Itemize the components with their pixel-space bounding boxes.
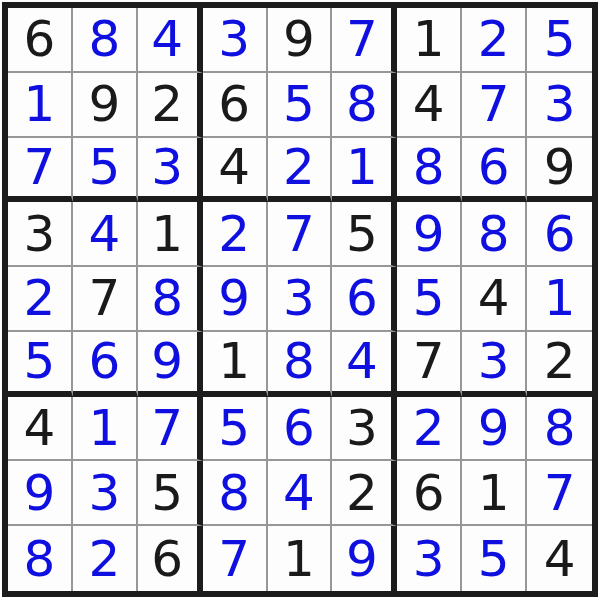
cell-r1c1[interactable]: 6 [8,8,73,73]
cell-r4c2[interactable]: 4 [73,202,138,267]
cell-r5c8[interactable]: 4 [462,267,527,332]
cell-r4c3[interactable]: 1 [138,202,203,267]
cell-r6c1[interactable]: 5 [8,332,73,397]
cell-r9c6[interactable]: 9 [332,526,397,591]
cell-r9c4[interactable]: 7 [203,526,268,591]
cell-r1c9[interactable]: 5 [527,8,592,73]
cell-r7c6[interactable]: 3 [332,397,397,462]
cell-r4c5[interactable]: 7 [268,202,333,267]
cell-r8c5[interactable]: 4 [268,461,333,526]
cell-r4c9[interactable]: 6 [527,202,592,267]
cell-r5c9[interactable]: 1 [527,267,592,332]
cell-r9c5[interactable]: 1 [268,526,333,591]
cell-r1c5[interactable]: 9 [268,8,333,73]
cell-r9c8[interactable]: 5 [462,526,527,591]
cell-r3c6[interactable]: 1 [332,138,397,203]
cell-r7c3[interactable]: 7 [138,397,203,462]
cell-r5c6[interactable]: 6 [332,267,397,332]
cell-r5c5[interactable]: 3 [268,267,333,332]
cell-r9c1[interactable]: 8 [8,526,73,591]
cell-r3c7[interactable]: 8 [397,138,462,203]
cell-r5c7[interactable]: 5 [397,267,462,332]
cell-r6c2[interactable]: 6 [73,332,138,397]
cell-r3c9[interactable]: 9 [527,138,592,203]
cell-r4c7[interactable]: 9 [397,202,462,267]
cell-r4c8[interactable]: 8 [462,202,527,267]
cell-r1c3[interactable]: 4 [138,8,203,73]
cell-r8c8[interactable]: 1 [462,461,527,526]
cell-r7c7[interactable]: 2 [397,397,462,462]
cell-r8c7[interactable]: 6 [397,461,462,526]
cell-r5c1[interactable]: 2 [8,267,73,332]
cell-r3c3[interactable]: 3 [138,138,203,203]
cell-r2c1[interactable]: 1 [8,73,73,138]
cell-r2c8[interactable]: 7 [462,73,527,138]
cell-r2c2[interactable]: 9 [73,73,138,138]
cell-r3c5[interactable]: 2 [268,138,333,203]
cell-r7c2[interactable]: 1 [73,397,138,462]
cell-r6c9[interactable]: 2 [527,332,592,397]
cell-r2c6[interactable]: 8 [332,73,397,138]
cell-r6c8[interactable]: 3 [462,332,527,397]
cell-r8c4[interactable]: 8 [203,461,268,526]
cell-r3c1[interactable]: 7 [8,138,73,203]
cell-r2c7[interactable]: 4 [397,73,462,138]
cell-r2c4[interactable]: 6 [203,73,268,138]
cell-r1c8[interactable]: 2 [462,8,527,73]
cell-r1c7[interactable]: 1 [397,8,462,73]
cell-r6c4[interactable]: 1 [203,332,268,397]
cell-r8c9[interactable]: 7 [527,461,592,526]
cell-r4c1[interactable]: 3 [8,202,73,267]
cell-r1c6[interactable]: 7 [332,8,397,73]
cell-r6c6[interactable]: 4 [332,332,397,397]
cell-r2c3[interactable]: 2 [138,73,203,138]
cell-r5c2[interactable]: 7 [73,267,138,332]
cell-r8c3[interactable]: 5 [138,461,203,526]
sudoku-screenshot: 6843971251926584737534218693412759862789… [0,0,600,599]
cell-r9c7[interactable]: 3 [397,526,462,591]
cell-r5c4[interactable]: 9 [203,267,268,332]
cell-r3c4[interactable]: 4 [203,138,268,203]
cell-r8c1[interactable]: 9 [8,461,73,526]
cell-r1c4[interactable]: 3 [203,8,268,73]
cell-r7c8[interactable]: 9 [462,397,527,462]
cell-r9c9[interactable]: 4 [527,526,592,591]
cell-r4c6[interactable]: 5 [332,202,397,267]
sudoku-board: 6843971251926584737534218693412759862789… [2,2,598,597]
cell-r6c5[interactable]: 8 [268,332,333,397]
cell-r1c2[interactable]: 8 [73,8,138,73]
cell-r5c3[interactable]: 8 [138,267,203,332]
cell-r8c6[interactable]: 2 [332,461,397,526]
cell-r7c5[interactable]: 6 [268,397,333,462]
cell-r7c9[interactable]: 8 [527,397,592,462]
cell-r3c8[interactable]: 6 [462,138,527,203]
cell-r3c2[interactable]: 5 [73,138,138,203]
cell-r2c5[interactable]: 5 [268,73,333,138]
cell-r9c3[interactable]: 6 [138,526,203,591]
cell-r7c4[interactable]: 5 [203,397,268,462]
cell-r2c9[interactable]: 3 [527,73,592,138]
cell-r6c3[interactable]: 9 [138,332,203,397]
cell-r6c7[interactable]: 7 [397,332,462,397]
cell-r7c1[interactable]: 4 [8,397,73,462]
cell-r4c4[interactable]: 2 [203,202,268,267]
cell-r8c2[interactable]: 3 [73,461,138,526]
cell-r9c2[interactable]: 2 [73,526,138,591]
